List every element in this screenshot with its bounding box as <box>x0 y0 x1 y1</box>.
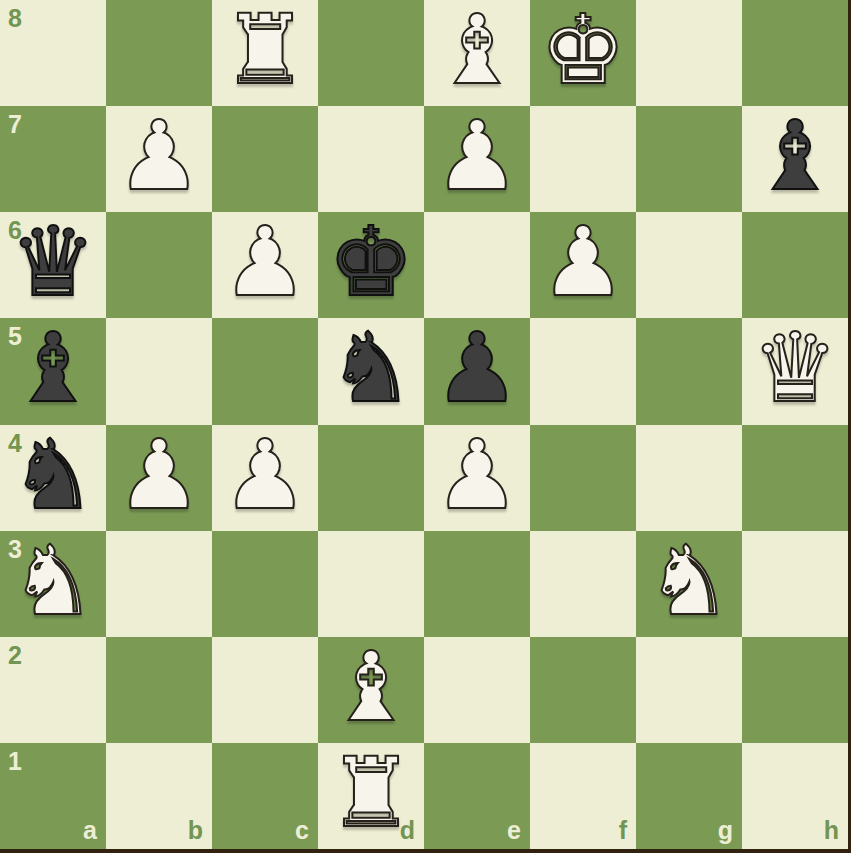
square-e8[interactable]: ♝ <box>424 0 530 106</box>
square-e6[interactable] <box>424 212 530 318</box>
square-g8[interactable] <box>636 0 742 106</box>
rank-label-1: 1 <box>8 749 22 774</box>
square-a4[interactable]: 4♞ <box>0 425 106 531</box>
file-label-c: c <box>295 818 309 843</box>
square-e2[interactable] <box>424 637 530 743</box>
square-f4[interactable] <box>530 425 636 531</box>
file-label-f: f <box>619 818 627 843</box>
white-pawn-b4[interactable]: ♟ <box>116 427 202 523</box>
square-e5[interactable]: ♟ <box>424 318 530 424</box>
white-knight-a3[interactable]: ♞ <box>10 533 96 629</box>
square-a1[interactable]: 1a <box>0 743 106 849</box>
square-h7[interactable]: ♝ <box>742 106 848 212</box>
white-pawn-f6[interactable]: ♟ <box>540 214 626 310</box>
square-h4[interactable] <box>742 425 848 531</box>
file-label-a: a <box>83 818 97 843</box>
square-g6[interactable] <box>636 212 742 318</box>
chess-board: 8♜♝♚7♟♟♝6♛♟♚♟5♝♞♟♛4♞♟♟♟3♞♞2♝1abcd♜efgh <box>0 0 851 853</box>
black-queen-a6[interactable]: ♛ <box>10 214 96 310</box>
square-d7[interactable] <box>318 106 424 212</box>
white-rook-c8[interactable]: ♜ <box>222 2 308 98</box>
square-e4[interactable]: ♟ <box>424 425 530 531</box>
white-queen-h5[interactable]: ♛ <box>752 320 838 416</box>
black-king-d6[interactable]: ♚ <box>328 214 414 310</box>
square-c1[interactable]: c <box>212 743 318 849</box>
square-c8[interactable]: ♜ <box>212 0 318 106</box>
square-f3[interactable] <box>530 531 636 637</box>
rank-label-2: 2 <box>8 643 22 668</box>
square-c5[interactable] <box>212 318 318 424</box>
square-d2[interactable]: ♝ <box>318 637 424 743</box>
square-b1[interactable]: b <box>106 743 212 849</box>
white-pawn-c6[interactable]: ♟ <box>222 214 308 310</box>
white-bishop-e8[interactable]: ♝ <box>434 2 520 98</box>
square-a6[interactable]: 6♛ <box>0 212 106 318</box>
square-e1[interactable]: e <box>424 743 530 849</box>
white-king-f8[interactable]: ♚ <box>540 2 626 98</box>
white-bishop-d2[interactable]: ♝ <box>328 639 414 735</box>
square-h2[interactable] <box>742 637 848 743</box>
square-b3[interactable] <box>106 531 212 637</box>
square-h1[interactable]: h <box>742 743 848 849</box>
square-h6[interactable] <box>742 212 848 318</box>
square-f6[interactable]: ♟ <box>530 212 636 318</box>
square-d6[interactable]: ♚ <box>318 212 424 318</box>
square-c3[interactable] <box>212 531 318 637</box>
square-h8[interactable] <box>742 0 848 106</box>
square-b2[interactable] <box>106 637 212 743</box>
square-g2[interactable] <box>636 637 742 743</box>
square-f7[interactable] <box>530 106 636 212</box>
white-pawn-e7[interactable]: ♟ <box>434 108 520 204</box>
square-f2[interactable] <box>530 637 636 743</box>
square-c2[interactable] <box>212 637 318 743</box>
black-knight-a4[interactable]: ♞ <box>10 427 96 523</box>
file-label-h: h <box>824 818 839 843</box>
square-e3[interactable] <box>424 531 530 637</box>
file-label-g: g <box>718 818 733 843</box>
square-d4[interactable] <box>318 425 424 531</box>
square-g1[interactable]: g <box>636 743 742 849</box>
square-d8[interactable] <box>318 0 424 106</box>
square-d1[interactable]: d♜ <box>318 743 424 849</box>
square-e7[interactable]: ♟ <box>424 106 530 212</box>
square-a3[interactable]: 3♞ <box>0 531 106 637</box>
white-rook-d1[interactable]: ♜ <box>328 745 414 841</box>
black-pawn-e5[interactable]: ♟ <box>434 320 520 416</box>
square-a8[interactable]: 8 <box>0 0 106 106</box>
white-pawn-e4[interactable]: ♟ <box>434 427 520 523</box>
square-a7[interactable]: 7 <box>0 106 106 212</box>
square-c6[interactable]: ♟ <box>212 212 318 318</box>
white-knight-g3[interactable]: ♞ <box>646 533 732 629</box>
rank-label-7: 7 <box>8 112 22 137</box>
black-bishop-h7[interactable]: ♝ <box>752 108 838 204</box>
square-d3[interactable] <box>318 531 424 637</box>
square-h5[interactable]: ♛ <box>742 318 848 424</box>
square-h3[interactable] <box>742 531 848 637</box>
square-c4[interactable]: ♟ <box>212 425 318 531</box>
square-b5[interactable] <box>106 318 212 424</box>
square-b6[interactable] <box>106 212 212 318</box>
square-g5[interactable] <box>636 318 742 424</box>
square-d5[interactable]: ♞ <box>318 318 424 424</box>
square-b8[interactable] <box>106 0 212 106</box>
square-g3[interactable]: ♞ <box>636 531 742 637</box>
board-grid: 8♜♝♚7♟♟♝6♛♟♚♟5♝♞♟♛4♞♟♟♟3♞♞2♝1abcd♜efgh <box>0 0 848 849</box>
white-pawn-c4[interactable]: ♟ <box>222 427 308 523</box>
square-c7[interactable] <box>212 106 318 212</box>
black-knight-d5[interactable]: ♞ <box>328 320 414 416</box>
file-label-b: b <box>188 818 203 843</box>
square-g4[interactable] <box>636 425 742 531</box>
square-a5[interactable]: 5♝ <box>0 318 106 424</box>
square-f8[interactable]: ♚ <box>530 0 636 106</box>
square-f5[interactable] <box>530 318 636 424</box>
square-g7[interactable] <box>636 106 742 212</box>
square-b7[interactable]: ♟ <box>106 106 212 212</box>
file-label-e: e <box>507 818 521 843</box>
square-b4[interactable]: ♟ <box>106 425 212 531</box>
rank-label-8: 8 <box>8 6 22 31</box>
square-f1[interactable]: f <box>530 743 636 849</box>
black-bishop-a5[interactable]: ♝ <box>10 320 96 416</box>
square-a2[interactable]: 2 <box>0 637 106 743</box>
white-pawn-b7[interactable]: ♟ <box>116 108 202 204</box>
